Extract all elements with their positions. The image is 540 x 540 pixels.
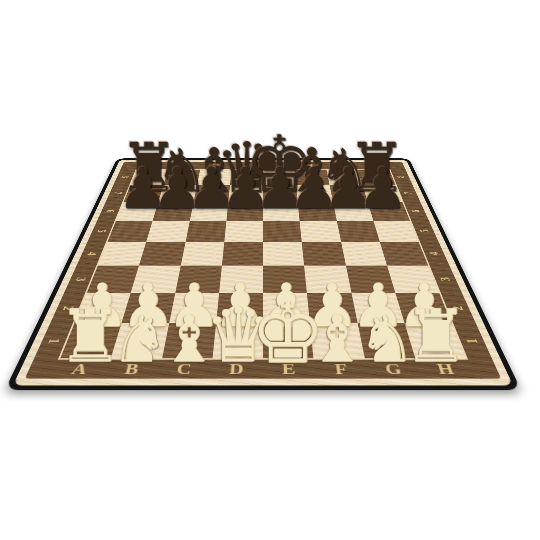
- square-g5[interactable]: [337, 221, 380, 242]
- black-pawn-h7[interactable]: ♟: [357, 160, 408, 217]
- rank-label-4: 4: [69, 248, 114, 259]
- chess-scene: ABCDEFGH ABCDEFGH 87654321 87654321 ♜♞♝♛…: [0, 0, 540, 540]
- square-d5[interactable]: [224, 221, 263, 242]
- white-rook-h1[interactable]: ♜: [403, 301, 468, 374]
- square-d4[interactable]: [222, 242, 263, 266]
- square-e5[interactable]: [263, 221, 302, 242]
- square-c5[interactable]: [185, 221, 226, 242]
- rank-label-4: 4: [412, 248, 457, 259]
- square-f5[interactable]: [300, 221, 341, 242]
- square-e4[interactable]: [263, 242, 304, 266]
- rank-label-5: 5: [404, 226, 447, 236]
- square-f4[interactable]: [302, 242, 346, 266]
- square-b5[interactable]: [146, 221, 189, 242]
- square-c4[interactable]: [180, 242, 224, 266]
- square-b4[interactable]: [139, 242, 185, 266]
- rank-label-5: 5: [80, 226, 123, 236]
